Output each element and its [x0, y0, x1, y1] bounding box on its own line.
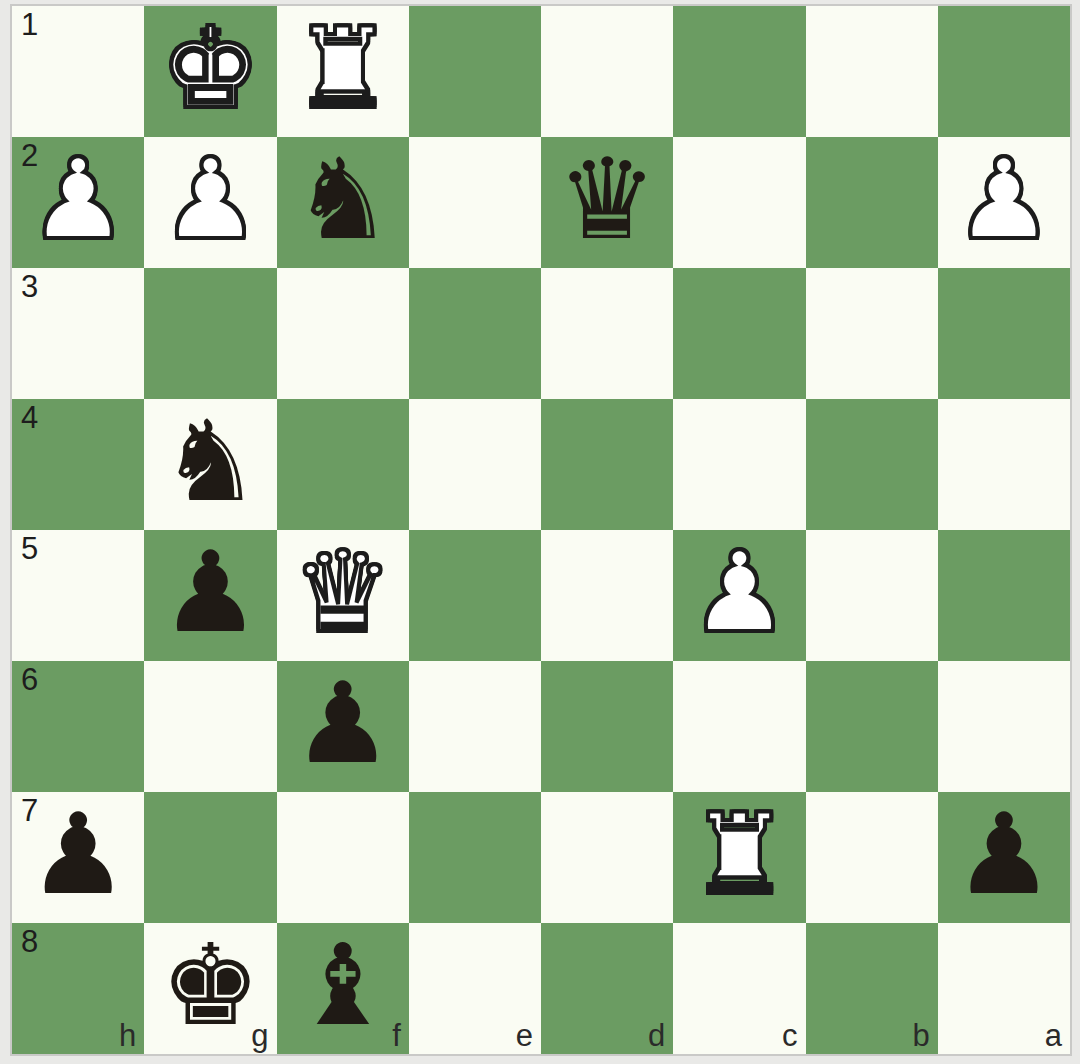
rank-label-1: 1	[21, 8, 38, 42]
square-a8[interactable]: a	[938, 923, 1070, 1054]
white-pawn-h2[interactable]: ♟	[28, 143, 128, 255]
file-label-f: f	[392, 1018, 401, 1054]
square-c2[interactable]	[673, 137, 805, 268]
square-a4[interactable]	[938, 399, 1070, 530]
black-pawn-a7[interactable]: ♟	[954, 798, 1054, 910]
rank-label-8: 8	[21, 925, 38, 959]
black-pawn-f6[interactable]: ♟	[292, 667, 392, 779]
white-king-g1[interactable]: ♚	[160, 12, 260, 124]
square-g2[interactable]: ♟	[144, 137, 276, 268]
square-g6[interactable]	[144, 661, 276, 792]
rank-label-3: 3	[21, 270, 38, 304]
square-c7[interactable]: ♜	[673, 792, 805, 923]
square-b1[interactable]	[806, 6, 938, 137]
white-queen-f5[interactable]: ♛	[292, 536, 392, 648]
square-d2[interactable]: ♛	[541, 137, 673, 268]
square-e1[interactable]	[409, 6, 541, 137]
white-pawn-a2[interactable]: ♟	[954, 143, 1054, 255]
square-a2[interactable]: ♟	[938, 137, 1070, 268]
square-d8[interactable]: d	[541, 923, 673, 1054]
square-d6[interactable]	[541, 661, 673, 792]
black-king-g8[interactable]: ♚	[160, 929, 260, 1041]
rank-label-4: 4	[21, 401, 38, 435]
square-f8[interactable]: f♝	[277, 923, 409, 1054]
square-h6[interactable]: 6	[12, 661, 144, 792]
square-c8[interactable]: c	[673, 923, 805, 1054]
square-d3[interactable]	[541, 268, 673, 399]
square-a6[interactable]	[938, 661, 1070, 792]
square-g8[interactable]: g♚	[144, 923, 276, 1054]
square-h4[interactable]: 4	[12, 399, 144, 530]
square-f7[interactable]	[277, 792, 409, 923]
square-a1[interactable]	[938, 6, 1070, 137]
square-d1[interactable]	[541, 6, 673, 137]
square-e5[interactable]	[409, 530, 541, 661]
square-f1[interactable]: ♜	[277, 6, 409, 137]
square-f2[interactable]: ♞	[277, 137, 409, 268]
file-label-c: c	[782, 1018, 798, 1054]
file-label-b: b	[913, 1018, 930, 1054]
square-h7[interactable]: 7♟	[12, 792, 144, 923]
file-label-h: h	[119, 1018, 136, 1054]
black-knight-g4[interactable]: ♞	[160, 405, 260, 517]
square-e4[interactable]	[409, 399, 541, 530]
square-b4[interactable]	[806, 399, 938, 530]
square-g3[interactable]	[144, 268, 276, 399]
square-c1[interactable]	[673, 6, 805, 137]
square-d7[interactable]	[541, 792, 673, 923]
square-h2[interactable]: 2♟	[12, 137, 144, 268]
file-label-d: d	[648, 1018, 665, 1054]
square-h1[interactable]: 1	[12, 6, 144, 137]
black-knight-f2[interactable]: ♞	[292, 143, 392, 255]
black-queen-d2[interactable]: ♛	[557, 143, 657, 255]
square-b5[interactable]	[806, 530, 938, 661]
white-rook-c7[interactable]: ♜	[689, 798, 789, 910]
square-e3[interactable]	[409, 268, 541, 399]
black-pawn-h7[interactable]: ♟	[28, 798, 128, 910]
white-pawn-c5[interactable]: ♟	[689, 536, 789, 648]
square-e2[interactable]	[409, 137, 541, 268]
square-f3[interactable]	[277, 268, 409, 399]
square-c5[interactable]: ♟	[673, 530, 805, 661]
rank-label-5: 5	[21, 532, 38, 566]
black-bishop-f8[interactable]: ♝	[292, 929, 392, 1041]
page-background: 1♚♜2♟♟♞♛♟34♞5♟♛♟6♟7♟♜♟8hg♚f♝edcba	[0, 0, 1080, 1064]
square-g7[interactable]	[144, 792, 276, 923]
square-d4[interactable]	[541, 399, 673, 530]
square-e8[interactable]: e	[409, 923, 541, 1054]
square-a5[interactable]	[938, 530, 1070, 661]
square-c4[interactable]	[673, 399, 805, 530]
square-c6[interactable]	[673, 661, 805, 792]
square-f4[interactable]	[277, 399, 409, 530]
square-h3[interactable]: 3	[12, 268, 144, 399]
white-rook-f1[interactable]: ♜	[292, 12, 392, 124]
square-g4[interactable]: ♞	[144, 399, 276, 530]
square-b3[interactable]	[806, 268, 938, 399]
square-b6[interactable]	[806, 661, 938, 792]
square-a3[interactable]	[938, 268, 1070, 399]
square-c3[interactable]	[673, 268, 805, 399]
square-b8[interactable]: b	[806, 923, 938, 1054]
square-f6[interactable]: ♟	[277, 661, 409, 792]
square-d5[interactable]	[541, 530, 673, 661]
rank-label-6: 6	[21, 663, 38, 697]
square-h5[interactable]: 5	[12, 530, 144, 661]
white-pawn-g2[interactable]: ♟	[160, 143, 260, 255]
square-a7[interactable]: ♟	[938, 792, 1070, 923]
file-label-e: e	[516, 1018, 533, 1054]
file-label-a: a	[1045, 1018, 1062, 1054]
square-g1[interactable]: ♚	[144, 6, 276, 137]
black-pawn-g5[interactable]: ♟	[160, 536, 260, 648]
square-b7[interactable]	[806, 792, 938, 923]
square-e6[interactable]	[409, 661, 541, 792]
square-e7[interactable]	[409, 792, 541, 923]
square-b2[interactable]	[806, 137, 938, 268]
chess-board: 1♚♜2♟♟♞♛♟34♞5♟♛♟6♟7♟♜♟8hg♚f♝edcba	[10, 4, 1072, 1056]
square-g5[interactable]: ♟	[144, 530, 276, 661]
square-h8[interactable]: 8h	[12, 923, 144, 1054]
square-f5[interactable]: ♛	[277, 530, 409, 661]
